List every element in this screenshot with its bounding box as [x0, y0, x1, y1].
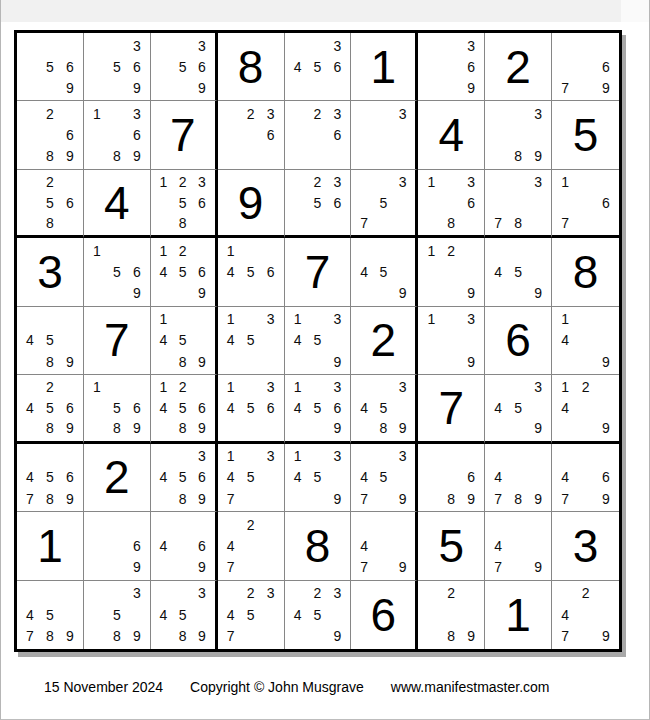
- pencil-6: 6: [192, 535, 211, 556]
- pencil-7: [20, 418, 40, 438]
- pencil-9: [327, 77, 347, 98]
- pencil-6: [327, 330, 347, 351]
- pencil-7: [555, 351, 575, 372]
- pencil-5: 5: [374, 398, 393, 418]
- cell-r8c5[interactable]: 8: [285, 512, 352, 580]
- cell-r9c4[interactable]: 23457: [218, 581, 285, 649]
- cell-r8c7[interactable]: 5: [418, 512, 485, 580]
- cell-r2c8[interactable]: 389: [485, 101, 552, 169]
- pencil-2: 2: [173, 240, 192, 261]
- pencil-9: 9: [327, 418, 347, 438]
- cell-r7c2[interactable]: 2: [84, 444, 151, 512]
- cell-r6c7[interactable]: 7: [418, 375, 485, 443]
- solved-digit: 2: [84, 444, 150, 511]
- pencil-4: [488, 192, 508, 212]
- cell-r5c6[interactable]: 2: [351, 307, 418, 375]
- sudoku-board: 5693569356983456136926792689136897236236…: [14, 30, 622, 652]
- cell-r3c8[interactable]: 378: [485, 170, 552, 238]
- pencil-2: [508, 240, 528, 261]
- pencil-3: [192, 377, 211, 397]
- cell-r8c8[interactable]: 479: [485, 512, 552, 580]
- cell-r4c5[interactable]: 7: [285, 238, 352, 306]
- pencil-6: [461, 330, 481, 351]
- pencil-9: 9: [596, 488, 616, 509]
- pencil-5: 5: [374, 467, 393, 488]
- pencil-9: 9: [327, 351, 347, 372]
- pencil-4: 4: [20, 398, 40, 418]
- pencil-1: [354, 514, 373, 535]
- pencil-6: 6: [327, 192, 347, 212]
- pencil-2: [241, 446, 261, 467]
- pencil-1: [288, 103, 308, 124]
- pencil-1: [154, 446, 173, 467]
- pencil-marks: 123568: [151, 170, 215, 235]
- pencil-7: 7: [488, 213, 508, 233]
- pencil-9: 9: [596, 418, 616, 438]
- solved-digit: 6: [485, 307, 551, 374]
- cell-r2c4[interactable]: 236: [218, 101, 285, 169]
- pencil-7: [20, 77, 40, 98]
- cell-r4c8[interactable]: 459: [485, 238, 552, 306]
- solved-digit: 4: [418, 101, 484, 168]
- pencil-marks: 3589: [84, 581, 150, 649]
- pencil-9: [528, 213, 548, 233]
- pencil-marks: 236: [285, 101, 351, 168]
- cell-r8c9[interactable]: 3: [552, 512, 619, 580]
- pencil-3: [60, 583, 80, 604]
- pencil-7: [288, 77, 308, 98]
- cell-r5c5[interactable]: 13459: [285, 307, 352, 375]
- solved-digit: 9: [218, 170, 284, 235]
- pencil-3: [528, 514, 548, 535]
- cell-r1c7[interactable]: 369: [418, 33, 485, 101]
- pencil-5: 5: [40, 467, 60, 488]
- pencil-6: [60, 330, 80, 351]
- pencil-6: 6: [261, 398, 281, 418]
- solved-digit: 1: [351, 33, 415, 100]
- cell-r6c9[interactable]: 1249: [552, 375, 619, 443]
- pencil-1: 1: [288, 309, 308, 330]
- cell-r7c4[interactable]: 13457: [218, 444, 285, 512]
- pencil-2: [441, 446, 461, 467]
- pencil-9: [327, 146, 347, 167]
- cell-r7c7[interactable]: 689: [418, 444, 485, 512]
- cell-r5c7[interactable]: 139: [418, 307, 485, 375]
- cell-r5c3[interactable]: 14589: [151, 307, 218, 375]
- pencil-marks: 1456: [218, 238, 284, 305]
- pencil-2: [508, 172, 528, 192]
- cell-r1c6[interactable]: 1: [351, 33, 418, 101]
- pencil-marks: 357: [351, 170, 415, 235]
- cell-r9c2[interactable]: 3589: [84, 581, 151, 649]
- pencil-9: 9: [127, 146, 147, 167]
- pencil-5: 5: [308, 330, 328, 351]
- pencil-7: [87, 283, 107, 304]
- cell-r5c2[interactable]: 7: [84, 307, 151, 375]
- pencil-6: [192, 330, 211, 351]
- pencil-7: 7: [221, 488, 241, 509]
- pencil-5: 5: [308, 398, 328, 418]
- pencil-5: 5: [173, 330, 192, 351]
- cell-r7c5[interactable]: 13459: [285, 444, 352, 512]
- pencil-6: [596, 398, 616, 418]
- pencil-1: 1: [87, 103, 107, 124]
- pencil-8: 8: [441, 213, 461, 233]
- cell-r4c2[interactable]: 1569: [84, 238, 151, 306]
- pencil-7: [421, 626, 441, 647]
- pencil-9: 9: [60, 146, 80, 167]
- pencil-6: 6: [60, 125, 80, 146]
- cell-r1c1[interactable]: 569: [17, 33, 84, 101]
- pencil-7: [288, 626, 308, 647]
- pencil-1: [288, 172, 308, 192]
- cell-r3c1[interactable]: 2568: [17, 170, 84, 238]
- pencil-8: [173, 283, 192, 304]
- pencil-7: 7: [221, 626, 241, 647]
- cell-r7c3[interactable]: 345689: [151, 444, 218, 512]
- pencil-2: 2: [308, 103, 328, 124]
- pencil-4: 4: [488, 467, 508, 488]
- pencil-marks: 369: [418, 33, 484, 100]
- pencil-9: [192, 213, 211, 233]
- pencil-2: [575, 309, 595, 330]
- pencil-marks: 679: [552, 33, 619, 100]
- pencil-marks: 459: [351, 238, 415, 305]
- cell-r8c6[interactable]: 479: [351, 512, 418, 580]
- cell-r8c1[interactable]: 1: [17, 512, 84, 580]
- pencil-3: 3: [528, 172, 548, 192]
- solved-digit: 7: [151, 101, 215, 168]
- cell-r6c5[interactable]: 134569: [285, 375, 352, 443]
- pencil-1: [421, 35, 441, 56]
- pencil-4: 4: [288, 398, 308, 418]
- cell-r1c3[interactable]: 3569: [151, 33, 218, 101]
- pencil-2: [241, 377, 261, 397]
- pencil-1: 1: [555, 172, 575, 192]
- pencil-3: [596, 172, 616, 192]
- cell-r2c1[interactable]: 2689: [17, 101, 84, 169]
- pencil-8: 8: [173, 213, 192, 233]
- cell-r7c8[interactable]: 4789: [485, 444, 552, 512]
- pencil-6: [261, 604, 281, 625]
- pencil-7: [421, 77, 441, 98]
- cell-r6c8[interactable]: 3459: [485, 375, 552, 443]
- pencil-6: [528, 398, 548, 418]
- pencil-5: 5: [241, 604, 261, 625]
- pencil-3: [192, 240, 211, 261]
- pencil-3: 3: [461, 35, 481, 56]
- pencil-6: [327, 604, 347, 625]
- cell-r3c5[interactable]: 2356: [285, 170, 352, 238]
- pencil-8: 8: [107, 626, 127, 647]
- cell-r3c4[interactable]: 9: [218, 170, 285, 238]
- pencil-7: [354, 146, 373, 167]
- cell-r8c3[interactable]: 469: [151, 512, 218, 580]
- pencil-6: 6: [127, 398, 147, 418]
- pencil-5: [508, 535, 528, 556]
- pencil-1: [354, 240, 373, 261]
- solved-digit: 2: [485, 33, 551, 100]
- pencil-7: [421, 351, 441, 372]
- pencil-marks: 2356: [285, 170, 351, 235]
- cell-r4c1[interactable]: 3: [17, 238, 84, 306]
- pencil-1: [488, 240, 508, 261]
- pencil-marks: 236: [218, 101, 284, 168]
- cell-r7c9[interactable]: 4679: [552, 444, 619, 512]
- pencil-5: [441, 330, 461, 351]
- cell-r9c1[interactable]: 45789: [17, 581, 84, 649]
- cell-r4c7[interactable]: 129: [418, 238, 485, 306]
- pencil-5: 5: [173, 467, 192, 488]
- pencil-6: 6: [192, 261, 211, 282]
- pencil-6: 6: [461, 56, 481, 77]
- pencil-9: 9: [528, 488, 548, 509]
- cell-r6c1[interactable]: 245689: [17, 375, 84, 443]
- pencil-3: [461, 583, 481, 604]
- pencil-1: [354, 172, 373, 192]
- pencil-8: [40, 77, 60, 98]
- pencil-7: [20, 351, 40, 372]
- pencil-6: [393, 192, 412, 212]
- cell-r2c6[interactable]: 3: [351, 101, 418, 169]
- pencil-9: [393, 146, 412, 167]
- cell-r9c5[interactable]: 23459: [285, 581, 352, 649]
- pencil-2: 2: [40, 377, 60, 397]
- pencil-7: [288, 418, 308, 438]
- cell-r9c7[interactable]: 289: [418, 581, 485, 649]
- pencil-1: [488, 103, 508, 124]
- pencil-6: [528, 535, 548, 556]
- pencil-2: [575, 446, 595, 467]
- pencil-8: 8: [40, 351, 60, 372]
- pencil-6: [528, 192, 548, 212]
- pencil-8: [575, 626, 595, 647]
- cell-r2c5[interactable]: 236: [285, 101, 352, 169]
- pencil-5: [575, 398, 595, 418]
- pencil-5: 5: [308, 604, 328, 625]
- cell-r4c9[interactable]: 8: [552, 238, 619, 306]
- pencil-7: 7: [20, 626, 40, 647]
- pencil-marks: 1345: [218, 307, 284, 374]
- pencil-4: [555, 56, 575, 77]
- pencil-marks: 345689: [151, 444, 215, 511]
- pencil-2: [40, 35, 60, 56]
- cell-r4c6[interactable]: 459: [351, 238, 418, 306]
- pencil-5: 5: [374, 192, 393, 212]
- pencil-5: 5: [308, 192, 328, 212]
- cell-r4c3[interactable]: 124569: [151, 238, 218, 306]
- cell-r2c7[interactable]: 4: [418, 101, 485, 169]
- pencil-4: [87, 535, 107, 556]
- pencil-8: [241, 556, 261, 577]
- pencil-1: [221, 583, 241, 604]
- cell-r1c4[interactable]: 8: [218, 33, 285, 101]
- pencil-7: [488, 418, 508, 438]
- pencil-1: [154, 583, 173, 604]
- pencil-9: 9: [60, 626, 80, 647]
- pencil-4: 4: [488, 535, 508, 556]
- cell-r2c9[interactable]: 5: [552, 101, 619, 169]
- pencil-7: [288, 351, 308, 372]
- pencil-5: 5: [241, 467, 261, 488]
- pencil-4: [421, 330, 441, 351]
- pencil-4: 4: [221, 261, 241, 282]
- cell-r7c6[interactable]: 34579: [351, 444, 418, 512]
- pencil-8: 8: [40, 213, 60, 233]
- pencil-7: [221, 146, 241, 167]
- pencil-3: [596, 309, 616, 330]
- pencil-7: [221, 283, 241, 304]
- pencil-5: 5: [40, 192, 60, 212]
- pencil-marks: 14589: [151, 307, 215, 374]
- cell-r3c7[interactable]: 1368: [418, 170, 485, 238]
- pencil-5: [441, 192, 461, 212]
- pencil-4: [87, 398, 107, 418]
- pencil-6: 6: [596, 192, 616, 212]
- cell-r8c2[interactable]: 69: [84, 512, 151, 580]
- cell-r9c8[interactable]: 1: [485, 581, 552, 649]
- cell-r4c4[interactable]: 1456: [218, 238, 285, 306]
- pencil-6: [528, 261, 548, 282]
- pencil-4: 4: [288, 604, 308, 625]
- pencil-3: 3: [192, 583, 211, 604]
- cell-r1c2[interactable]: 3569: [84, 33, 151, 101]
- cell-r9c3[interactable]: 34589: [151, 581, 218, 649]
- cell-r5c4[interactable]: 1345: [218, 307, 285, 375]
- cell-r3c2[interactable]: 4: [84, 170, 151, 238]
- pencil-8: [374, 283, 393, 304]
- pencil-marks: 13689: [84, 101, 150, 168]
- pencil-9: 9: [327, 626, 347, 647]
- pencil-7: [555, 418, 575, 438]
- cell-r6c4[interactable]: 13456: [218, 375, 285, 443]
- pencil-9: 9: [528, 556, 548, 577]
- pencil-1: [87, 514, 107, 535]
- pencil-7: 7: [555, 213, 575, 233]
- cell-r2c3[interactable]: 7: [151, 101, 218, 169]
- pencil-1: 1: [555, 309, 575, 330]
- pencil-3: [393, 514, 412, 535]
- pencil-9: [393, 213, 412, 233]
- pencil-7: [87, 146, 107, 167]
- pencil-9: [261, 283, 281, 304]
- pencil-3: 3: [327, 377, 347, 397]
- pencil-2: [308, 309, 328, 330]
- pencil-9: 9: [60, 488, 80, 509]
- cell-r6c3[interactable]: 1245689: [151, 375, 218, 443]
- pencil-4: 4: [555, 467, 575, 488]
- cell-r3c6[interactable]: 357: [351, 170, 418, 238]
- pencil-4: 4: [555, 604, 575, 625]
- solved-digit: 1: [485, 581, 551, 649]
- pencil-2: [575, 35, 595, 56]
- pencil-marks: 13459: [285, 307, 351, 374]
- cell-r5c1[interactable]: 4589: [17, 307, 84, 375]
- pencil-2: 2: [241, 514, 261, 535]
- pencil-3: 3: [127, 103, 147, 124]
- cell-r8c4[interactable]: 247: [218, 512, 285, 580]
- pencil-3: [60, 309, 80, 330]
- cell-r9c9[interactable]: 2479: [552, 581, 619, 649]
- solved-digit: 8: [552, 238, 619, 305]
- pencil-5: 5: [508, 261, 528, 282]
- pencil-4: 4: [288, 467, 308, 488]
- pencil-marks: 34579: [351, 444, 415, 511]
- cell-r7c1[interactable]: 456789: [17, 444, 84, 512]
- solved-digit: 7: [285, 238, 351, 305]
- pencil-8: 8: [441, 626, 461, 647]
- cell-r3c3[interactable]: 123568: [151, 170, 218, 238]
- cell-r2c2[interactable]: 13689: [84, 101, 151, 169]
- pencil-6: 6: [596, 56, 616, 77]
- pencil-4: 4: [20, 330, 40, 351]
- pencil-1: 1: [154, 377, 173, 397]
- pencil-marks: 1368: [418, 170, 484, 235]
- top-toolbar-strip: [0, 0, 650, 22]
- cell-r3c9[interactable]: 167: [552, 170, 619, 238]
- cell-r6c2[interactable]: 15689: [84, 375, 151, 443]
- pencil-9: 9: [393, 283, 412, 304]
- solved-digit: 5: [552, 101, 619, 168]
- pencil-9: 9: [127, 418, 147, 438]
- pencil-2: 2: [173, 172, 192, 192]
- pencil-9: 9: [192, 626, 211, 647]
- pencil-5: [374, 125, 393, 146]
- pencil-5: 5: [107, 56, 127, 77]
- pencil-4: [20, 192, 40, 212]
- pencil-marks: 1569: [84, 238, 150, 305]
- cell-r5c9[interactable]: 149: [552, 307, 619, 375]
- pencil-9: [261, 626, 281, 647]
- pencil-8: 8: [40, 146, 60, 167]
- pencil-4: [421, 604, 441, 625]
- pencil-4: 4: [154, 261, 173, 282]
- pencil-marks: 3456: [285, 33, 351, 100]
- cell-r5c8[interactable]: 6: [485, 307, 552, 375]
- pencil-4: [555, 192, 575, 212]
- pencil-9: [596, 213, 616, 233]
- cell-r1c9[interactable]: 679: [552, 33, 619, 101]
- pencil-5: 5: [40, 604, 60, 625]
- cell-r9c6[interactable]: 6: [351, 581, 418, 649]
- pencil-8: [173, 77, 192, 98]
- pencil-marks: 689: [418, 444, 484, 511]
- pencil-3: [60, 172, 80, 192]
- pencil-1: [20, 103, 40, 124]
- pencil-7: 7: [488, 488, 508, 509]
- cell-r1c8[interactable]: 2: [485, 33, 552, 101]
- pencil-9: 9: [461, 77, 481, 98]
- pencil-marks: 245689: [17, 375, 83, 440]
- pencil-1: [288, 583, 308, 604]
- pencil-4: 4: [221, 398, 241, 418]
- pencil-6: 6: [127, 535, 147, 556]
- pencil-7: [354, 283, 373, 304]
- pencil-7: [488, 146, 508, 167]
- pencil-5: 5: [308, 56, 328, 77]
- cell-r1c5[interactable]: 3456: [285, 33, 352, 101]
- pencil-2: [508, 446, 528, 467]
- pencil-1: 1: [87, 240, 107, 261]
- pencil-7: [154, 213, 173, 233]
- pencil-8: 8: [40, 418, 60, 438]
- pencil-2: [107, 514, 127, 535]
- pencil-1: [20, 446, 40, 467]
- solved-digit: 7: [418, 375, 484, 440]
- pencil-2: [173, 446, 192, 467]
- cell-r6c6[interactable]: 34589: [351, 375, 418, 443]
- pencil-marks: 469: [151, 512, 215, 579]
